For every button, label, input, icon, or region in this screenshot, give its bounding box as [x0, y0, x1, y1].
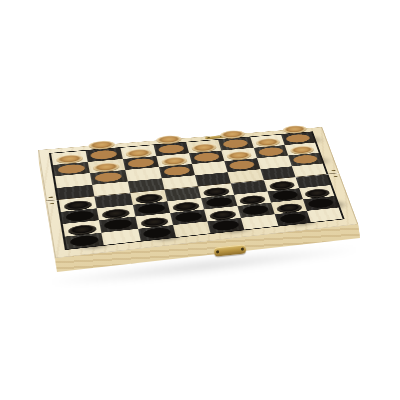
square-g1: [274, 211, 310, 226]
piece-natural-wood: [220, 130, 246, 140]
product-photo-checkers-set: [0, 0, 400, 400]
square-b1: [102, 229, 141, 245]
square-a1: [65, 233, 104, 250]
square-f1: [241, 214, 278, 229]
piece-natural-wood: [155, 135, 182, 145]
hinge-screws-left: [46, 196, 55, 205]
hinge-screws-right: [330, 169, 339, 177]
piece-natural-wood: [191, 143, 218, 153]
square-d1: [173, 221, 211, 237]
square-e1: [207, 218, 244, 234]
piece-natural-wood: [88, 140, 115, 150]
square-h1: [307, 207, 343, 222]
square-c1: [138, 225, 176, 241]
piece-natural-wood: [93, 162, 121, 173]
piece-natural-wood: [282, 125, 308, 135]
piece-natural-wood: [226, 151, 253, 161]
